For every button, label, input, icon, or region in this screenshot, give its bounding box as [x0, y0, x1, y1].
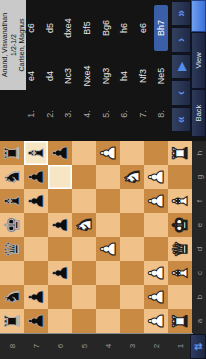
white-knight: ♞ [72, 216, 96, 234]
square-a8[interactable]: ♜ [0, 309, 24, 333]
move-5-black[interactable]: Bg6 [99, 5, 113, 51]
back-button[interactable]: Back [191, 89, 206, 137]
white-pawn: ♟ [96, 144, 120, 162]
square-a6[interactable] [48, 309, 72, 333]
rank-label-5: 5 [72, 333, 96, 359]
file-label-f: f [192, 189, 206, 213]
white-queen: ♛ [168, 240, 192, 258]
square-c5[interactable] [72, 261, 96, 285]
move-6-black[interactable]: h6 [117, 5, 131, 51]
chess-board[interactable]: ♜♞♛♚♝♞♜♟♟♟♟♝♟♟♟♞♟♟♞♟♟♟♟♟♜♝♛♚♝♜ [0, 141, 192, 333]
step-back-button[interactable]: ‹ [171, 80, 191, 106]
square-d2[interactable] [144, 237, 168, 261]
square-d7[interactable] [24, 237, 48, 261]
file-label-h: h [192, 141, 206, 165]
white-pawn: ♟ [96, 240, 120, 258]
square-g6[interactable] [48, 165, 72, 189]
bottom-button-bar: Back View [191, 0, 206, 137]
game-panel: Anand, Viswanathan 1/2-1/2 Carlsen, Magn… [0, 0, 206, 141]
square-b2[interactable]: ♟ [144, 285, 168, 309]
black-pawn: ♟ [48, 144, 72, 162]
move-number-6: 6. [119, 101, 129, 127]
square-g8[interactable]: ♞ [0, 165, 24, 189]
square-h7[interactable]: ♝ [24, 141, 48, 165]
white-rook: ♜ [168, 312, 192, 330]
black-rook: ♜ [0, 312, 24, 330]
square-h4[interactable]: ♟ [96, 141, 120, 165]
white-pawn: ♟ [144, 312, 168, 330]
flip-board-button[interactable]: ⇅ [190, 334, 206, 359]
white-pawn: ♟ [144, 264, 168, 282]
square-d3[interactable] [120, 237, 144, 261]
square-b1[interactable] [168, 285, 192, 309]
square-c1[interactable]: ♝ [168, 261, 192, 285]
move-6-white[interactable]: h4 [117, 55, 131, 97]
move-7-black[interactable]: e6 [136, 5, 150, 51]
move-1-white[interactable]: e4 [24, 55, 38, 97]
black-queen: ♛ [0, 240, 24, 258]
white-bishop: ♝ [168, 192, 192, 210]
square-h2[interactable] [144, 141, 168, 165]
square-h5[interactable] [72, 141, 96, 165]
square-h1[interactable]: ♜ [168, 141, 192, 165]
square-d5[interactable] [72, 237, 96, 261]
square-d4[interactable]: ♟ [96, 237, 120, 261]
square-g4[interactable] [96, 165, 120, 189]
white-pawn: ♟ [144, 168, 168, 186]
square-d8[interactable]: ♛ [0, 237, 24, 261]
square-b5[interactable] [72, 285, 96, 309]
square-b3[interactable] [120, 285, 144, 309]
square-a5[interactable] [72, 309, 96, 333]
play-button[interactable]: ▶ [171, 54, 191, 80]
square-g1[interactable] [168, 165, 192, 189]
square-a2[interactable]: ♟ [144, 309, 168, 333]
square-a4[interactable] [96, 309, 120, 333]
rank-label-3: 3 [120, 333, 144, 359]
move-number-7: 7. [138, 101, 148, 127]
move-list: 1.e4c62.d4d53.Nc3dxe44.Nxe4Bf55.Ng3Bg66.… [22, 5, 171, 127]
move-8-black-selected[interactable]: Bh7 [154, 5, 168, 51]
square-g2[interactable]: ♟ [144, 165, 168, 189]
game-result: 1/2-1/2 [10, 0, 19, 90]
move-number-3: 3. [63, 101, 73, 127]
black-pawn: ♟ [24, 168, 48, 186]
chevron-left-icon: ‹ [175, 91, 187, 95]
square-a3[interactable] [120, 309, 144, 333]
square-d6[interactable] [48, 237, 72, 261]
move-number-8: 8. [156, 101, 166, 127]
white-bishop: ♝ [168, 264, 192, 282]
square-c3[interactable] [120, 261, 144, 285]
move-1-black[interactable]: c6 [24, 5, 38, 51]
square-b6[interactable] [48, 285, 72, 309]
file-labels-row: abcdefgh [192, 141, 206, 333]
chevron-right-icon: › [175, 38, 187, 42]
square-e2[interactable] [144, 213, 168, 237]
square-e5[interactable]: ♞ [72, 213, 96, 237]
white-player-name: Anand, Viswanathan [1, 0, 10, 90]
view-button-label: View [194, 52, 203, 68]
square-f8[interactable]: ♝ [0, 189, 24, 213]
square-h3[interactable] [120, 141, 144, 165]
step-forward-button[interactable]: › [171, 27, 191, 53]
double-chevron-right-icon: » [175, 10, 187, 17]
square-g3[interactable]: ♞ [120, 165, 144, 189]
rank-label-6: 6 [48, 333, 72, 359]
move-7-white[interactable]: Nf3 [136, 55, 150, 97]
square-b7[interactable]: ♟ [24, 285, 48, 309]
rank-label-8: 8 [0, 333, 24, 359]
flip-board-icon: ⇅ [193, 342, 204, 350]
white-knight: ♞ [120, 168, 144, 186]
square-f3[interactable] [120, 189, 144, 213]
black-pawn: ♟ [48, 264, 72, 282]
square-h8[interactable]: ♜ [0, 141, 24, 165]
rank-label-4: 4 [96, 333, 120, 359]
file-label-g: g [192, 165, 206, 189]
move-4-white[interactable]: Nxe4 [80, 55, 94, 97]
black-bishop: ♝ [24, 144, 48, 162]
square-e7[interactable] [24, 213, 48, 237]
square-f5[interactable] [72, 189, 96, 213]
move-number-1: 1. [26, 101, 36, 127]
double-chevron-left-icon: « [175, 116, 187, 123]
accent-button[interactable] [191, 0, 206, 32]
chess-app-rotated-landscape: 87654321 ♜♞♛♚♝♞♜♟♟♟♟♝♟♟♟♞♟♟♞♟♟♟♟♟♜♝♛♚♝♜ … [0, 0, 206, 359]
file-label-c: c [192, 261, 206, 285]
file-label-b: b [192, 285, 206, 309]
move-number-2: 2. [45, 101, 55, 127]
move-4-black[interactable]: Bf5 [80, 5, 94, 51]
square-e6[interactable]: ♟ [48, 213, 72, 237]
move-number-5: 5. [101, 101, 111, 127]
rank-label-7: 7 [24, 333, 48, 359]
white-pawn: ♟ [144, 192, 168, 210]
back-button-label: Back [194, 105, 203, 122]
rank-labels-column: 87654321 [0, 333, 206, 359]
black-pawn: ♟ [24, 288, 48, 306]
square-c8[interactable] [0, 261, 24, 285]
square-a1[interactable]: ♜ [168, 309, 192, 333]
square-c6[interactable]: ♟ [48, 261, 72, 285]
jump-to-end-button[interactable]: » [171, 1, 191, 27]
move-8-white[interactable]: Ne5 [154, 55, 168, 97]
white-rook: ♜ [168, 144, 192, 162]
square-b8[interactable]: ♞ [0, 285, 24, 309]
black-bishop: ♝ [0, 192, 24, 210]
move-number-4: 4. [82, 101, 92, 127]
white-king: ♚ [168, 216, 192, 234]
square-e4[interactable] [96, 213, 120, 237]
black-pawn: ♟ [24, 312, 48, 330]
black-pawn: ♟ [48, 216, 72, 234]
square-h6[interactable]: ♟ [48, 141, 72, 165]
square-f2[interactable]: ♟ [144, 189, 168, 213]
navigation-buttons: «‹▶›» [171, 0, 191, 133]
square-c2[interactable]: ♟ [144, 261, 168, 285]
move-2-black[interactable]: d5 [43, 5, 57, 51]
square-f7[interactable]: ♟ [24, 189, 48, 213]
square-c7[interactable] [24, 261, 48, 285]
square-f4[interactable] [96, 189, 120, 213]
square-b4[interactable] [96, 285, 120, 309]
move-2-white[interactable]: d4 [43, 55, 57, 97]
square-e8[interactable]: ♚ [0, 213, 24, 237]
file-label-d: d [192, 237, 206, 261]
black-pawn: ♟ [24, 192, 48, 210]
square-d1[interactable]: ♛ [168, 237, 192, 261]
move-5-white[interactable]: Ng3 [99, 55, 113, 97]
square-a7[interactable]: ♟ [24, 309, 48, 333]
square-f1[interactable]: ♝ [168, 189, 192, 213]
square-f6[interactable] [48, 189, 72, 213]
move-3-white[interactable]: Nc3 [61, 55, 75, 97]
move-3-black[interactable]: dxe4 [61, 5, 75, 51]
black-knight: ♞ [0, 168, 24, 186]
file-label-a: a [192, 309, 206, 333]
square-g5[interactable] [72, 165, 96, 189]
square-e1[interactable]: ♚ [168, 213, 192, 237]
file-label-e: e [192, 213, 206, 237]
rank-label-1: 1 [168, 333, 192, 359]
black-king: ♚ [0, 216, 24, 234]
play-icon: ▶ [176, 62, 187, 70]
square-c4[interactable] [96, 261, 120, 285]
black-rook: ♜ [0, 144, 24, 162]
jump-to-start-button[interactable]: « [171, 107, 191, 133]
square-e3[interactable] [120, 213, 144, 237]
square-g7[interactable]: ♟ [24, 165, 48, 189]
rank-label-2: 2 [144, 333, 168, 359]
white-pawn: ♟ [144, 288, 168, 306]
black-knight: ♞ [0, 288, 24, 306]
view-button[interactable]: View [191, 32, 206, 89]
